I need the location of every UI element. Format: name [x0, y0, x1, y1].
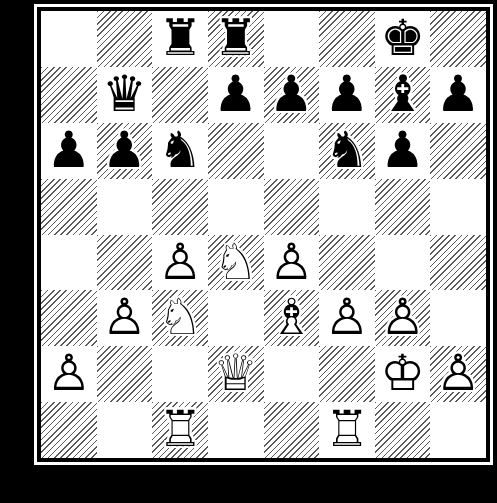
square-g1[interactable] [375, 402, 431, 458]
square-b4[interactable] [97, 235, 153, 291]
black-pawn: ♟ [264, 67, 320, 123]
square-a8[interactable] [41, 11, 97, 67]
square-h7[interactable]: ♟ [430, 67, 486, 123]
square-f2[interactable] [319, 346, 375, 402]
square-h6[interactable] [430, 123, 486, 179]
square-h5[interactable] [430, 179, 486, 235]
square-c2[interactable] [152, 346, 208, 402]
square-e4[interactable]: ♟♙ [264, 235, 320, 291]
square-b1[interactable] [97, 402, 153, 458]
square-g7[interactable]: ♝ [375, 67, 431, 123]
black-pawn: ♟ [208, 67, 264, 123]
white-pawn: ♟♙ [97, 290, 153, 346]
white-pawn: ♟♙ [375, 290, 431, 346]
square-e6[interactable] [264, 123, 320, 179]
square-c6[interactable]: ♞ [152, 123, 208, 179]
square-d2[interactable]: ♛♕ [208, 346, 264, 402]
square-c3[interactable]: ♞♘ [152, 290, 208, 346]
white-pawn: ♟♙ [319, 290, 375, 346]
square-b5[interactable] [97, 179, 153, 235]
square-c7[interactable] [152, 67, 208, 123]
square-f7[interactable]: ♟ [319, 67, 375, 123]
square-b8[interactable] [97, 11, 153, 67]
square-a2[interactable]: ♟♙ [41, 346, 97, 402]
square-f6[interactable]: ♞ [319, 123, 375, 179]
black-knight: ♞ [152, 123, 208, 179]
square-g2[interactable]: ♚♔ [375, 346, 431, 402]
black-pawn: ♟ [97, 123, 153, 179]
square-d1[interactable] [208, 402, 264, 458]
square-e7[interactable]: ♟ [264, 67, 320, 123]
square-c5[interactable] [152, 179, 208, 235]
white-pawn: ♟♙ [41, 346, 97, 402]
square-e1[interactable] [264, 402, 320, 458]
white-queen: ♛♕ [208, 346, 264, 402]
square-f4[interactable] [319, 235, 375, 291]
square-g6[interactable]: ♟ [375, 123, 431, 179]
square-b7[interactable]: ♛ [97, 67, 153, 123]
square-b6[interactable]: ♟ [97, 123, 153, 179]
white-rook: ♜♖ [152, 402, 208, 458]
white-bishop: ♝♗ [264, 290, 320, 346]
black-rook: ♜ [152, 11, 208, 67]
black-rook: ♜ [208, 11, 264, 67]
square-d8[interactable]: ♜ [208, 11, 264, 67]
square-h2[interactable]: ♟♙ [430, 346, 486, 402]
square-e5[interactable] [264, 179, 320, 235]
white-pawn: ♟♙ [430, 346, 486, 402]
black-pawn: ♟ [41, 123, 97, 179]
square-e8[interactable] [264, 11, 320, 67]
square-h4[interactable] [430, 235, 486, 291]
square-d4[interactable]: ♞♘ [208, 235, 264, 291]
square-e2[interactable] [264, 346, 320, 402]
square-a6[interactable]: ♟ [41, 123, 97, 179]
square-a5[interactable] [41, 179, 97, 235]
square-f5[interactable] [319, 179, 375, 235]
black-queen: ♛ [97, 67, 153, 123]
square-e3[interactable]: ♝♗ [264, 290, 320, 346]
white-knight: ♞♘ [208, 235, 264, 291]
white-king: ♚♔ [375, 346, 431, 402]
square-c4[interactable]: ♟♙ [152, 235, 208, 291]
square-c1[interactable]: ♜♖ [152, 402, 208, 458]
diagram-background: ♜♜♚♛♟♟♟♝♟♟♟♞♞♟♟♙♞♘♟♙♟♙♞♘♝♗♟♙♟♙♟♙♛♕♚♔♟♙♜♖… [0, 0, 497, 503]
square-h8[interactable] [430, 11, 486, 67]
square-f3[interactable]: ♟♙ [319, 290, 375, 346]
board-border: ♜♜♚♛♟♟♟♝♟♟♟♞♞♟♟♙♞♘♟♙♟♙♞♘♝♗♟♙♟♙♟♙♛♕♚♔♟♙♜♖… [37, 7, 490, 462]
black-pawn: ♟ [375, 123, 431, 179]
square-h1[interactable] [430, 402, 486, 458]
square-b2[interactable] [97, 346, 153, 402]
square-g8[interactable]: ♚ [375, 11, 431, 67]
chess-board[interactable]: ♜♜♚♛♟♟♟♝♟♟♟♞♞♟♟♙♞♘♟♙♟♙♞♘♝♗♟♙♟♙♟♙♛♕♚♔♟♙♜♖… [41, 11, 486, 458]
square-a3[interactable] [41, 290, 97, 346]
square-a1[interactable] [41, 402, 97, 458]
square-b3[interactable]: ♟♙ [97, 290, 153, 346]
white-pawn: ♟♙ [264, 235, 320, 291]
black-king: ♚ [375, 11, 431, 67]
square-c8[interactable]: ♜ [152, 11, 208, 67]
square-g3[interactable]: ♟♙ [375, 290, 431, 346]
black-knight: ♞ [319, 123, 375, 179]
square-g4[interactable] [375, 235, 431, 291]
white-knight: ♞♘ [152, 290, 208, 346]
square-d3[interactable] [208, 290, 264, 346]
square-f1[interactable]: ♜♖ [319, 402, 375, 458]
square-d6[interactable] [208, 123, 264, 179]
square-f8[interactable] [319, 11, 375, 67]
white-rook: ♜♖ [319, 402, 375, 458]
square-d5[interactable] [208, 179, 264, 235]
white-pawn: ♟♙ [152, 235, 208, 291]
black-pawn: ♟ [319, 67, 375, 123]
square-a4[interactable] [41, 235, 97, 291]
square-g5[interactable] [375, 179, 431, 235]
black-bishop: ♝ [375, 67, 431, 123]
square-h3[interactable] [430, 290, 486, 346]
square-d7[interactable]: ♟ [208, 67, 264, 123]
board-frame: ♜♜♚♛♟♟♟♝♟♟♟♞♞♟♟♙♞♘♟♙♟♙♞♘♝♗♟♙♟♙♟♙♛♕♚♔♟♙♜♖… [34, 4, 493, 465]
square-a7[interactable] [41, 67, 97, 123]
black-pawn: ♟ [430, 67, 486, 123]
